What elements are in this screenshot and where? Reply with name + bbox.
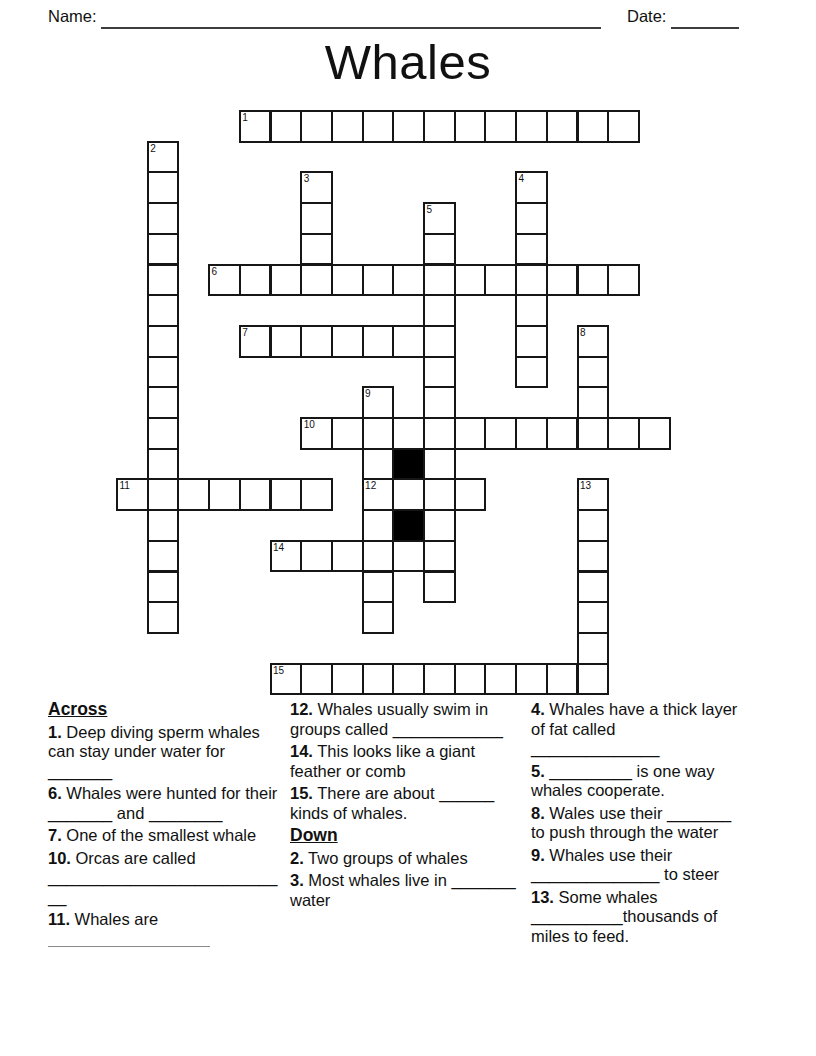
clue-number: 11. [48, 910, 70, 928]
answer-blank-rule [48, 946, 210, 947]
grid-cell[interactable] [577, 356, 610, 389]
grid-cell[interactable] [147, 509, 180, 542]
grid-cell[interactable] [362, 417, 395, 450]
grid-cell[interactable] [392, 540, 425, 573]
grid-clue-number: 11 [120, 480, 130, 491]
grid-cell[interactable]: 13 [577, 478, 610, 511]
grid-cell[interactable] [423, 417, 456, 450]
grid-cell[interactable] [546, 417, 579, 450]
grid-cell[interactable] [638, 417, 671, 450]
grid-cell[interactable] [577, 571, 610, 604]
grid-cell[interactable] [484, 264, 517, 297]
grid-cell[interactable] [423, 663, 456, 696]
grid-cell[interactable] [362, 601, 395, 634]
clue-text: Whales use their ______________ to steer [531, 846, 719, 884]
clue-item: 14. This looks like a giant feather or c… [290, 742, 523, 781]
clue-text: One of the smallest whale [62, 826, 256, 844]
grid-cell[interactable] [300, 202, 333, 235]
grid-cell[interactable] [515, 356, 548, 389]
clue-item: 13. Some whales __________thousands of m… [531, 888, 743, 947]
grid-cell[interactable] [270, 325, 303, 358]
clue-item: 12. Whales usually swim in groups called… [290, 700, 523, 739]
grid-cell[interactable] [607, 417, 640, 450]
grid-cell[interactable] [331, 264, 364, 297]
clue-text: Wales use their _______ to push through … [531, 804, 731, 842]
clue-item: 3. Most whales live in _______ water [290, 871, 523, 910]
grid-cell[interactable]: 9 [362, 386, 395, 419]
grid-cell[interactable] [147, 540, 180, 573]
clue-item: 11. Whales are [48, 910, 281, 947]
crossword-grid: 123456789101112131415 [116, 110, 673, 697]
grid-cell[interactable] [577, 110, 610, 143]
grid-cell[interactable] [392, 417, 425, 450]
grid-clue-number: 2 [150, 143, 156, 154]
down-heading: Down [290, 826, 523, 846]
grid-cell[interactable] [454, 417, 487, 450]
clue-number: 5. [531, 762, 545, 780]
clue-number: 14. [290, 742, 313, 760]
clue-number: 6. [48, 784, 62, 802]
grid-cell[interactable] [331, 325, 364, 358]
grid-cell[interactable] [392, 110, 425, 143]
grid-cell[interactable] [423, 571, 456, 604]
grid-cell[interactable] [577, 540, 610, 573]
grid-cell[interactable] [392, 478, 425, 511]
grid-cell[interactable] [300, 233, 333, 266]
grid-cell[interactable] [270, 264, 303, 297]
clue-text: Whales have a thick layer of fat called … [531, 700, 737, 757]
grid-cell[interactable] [607, 110, 640, 143]
grid-cell[interactable] [484, 110, 517, 143]
grid-cell[interactable]: 2 [147, 141, 180, 174]
grid-cell[interactable] [423, 509, 456, 542]
clue-number: 13. [531, 888, 554, 906]
clue-item: 8. Wales use their _______ to push throu… [531, 804, 743, 843]
grid-cell[interactable] [147, 233, 180, 266]
grid-cell[interactable] [270, 110, 303, 143]
name-input-line[interactable] [101, 8, 601, 29]
grid-cell[interactable] [515, 202, 548, 235]
clue-text: There are about ______ kinds of whales. [290, 784, 494, 822]
clue-number: 15. [290, 784, 313, 802]
clue-item: 9. Whales use their ______________ to st… [531, 846, 743, 885]
grid-cell[interactable] [362, 663, 395, 696]
grid-cell[interactable] [362, 571, 395, 604]
grid-cell[interactable] [423, 233, 456, 266]
grid-cell[interactable] [423, 356, 456, 389]
clue-item: 1. Deep diving sperm whales can stay und… [48, 723, 281, 782]
clue-number: 2. [290, 849, 304, 867]
grid-cell[interactable]: 10 [300, 417, 333, 450]
across-heading: Across [48, 700, 281, 720]
clue-number: 10. [48, 849, 71, 867]
date-input-line[interactable] [671, 8, 739, 29]
grid-cell[interactable] [454, 478, 487, 511]
grid-cell[interactable] [300, 540, 333, 573]
grid-cell[interactable] [423, 540, 456, 573]
grid-cell[interactable] [515, 233, 548, 266]
grid-cell[interactable] [423, 448, 456, 481]
grid-cell[interactable] [147, 417, 180, 450]
clue-text: Most whales live in _______ water [290, 871, 516, 909]
grid-cell[interactable] [577, 386, 610, 419]
grid-cell[interactable] [362, 448, 395, 481]
grid-cell[interactable] [484, 663, 517, 696]
grid-cell[interactable] [454, 264, 487, 297]
grid-cell[interactable] [423, 478, 456, 511]
grid-cell[interactable] [147, 571, 180, 604]
grid-cell[interactable] [577, 264, 610, 297]
grid-cell[interactable] [577, 417, 610, 450]
grid-cell[interactable] [300, 478, 333, 511]
clues-column-left: Across1. Deep diving sperm whales can st… [48, 700, 281, 953]
grid-cell[interactable] [423, 264, 456, 297]
clue-text: This looks like a giant feather or comb [290, 742, 475, 780]
grid-cell[interactable] [423, 110, 456, 143]
clue-item: 2. Two groups of whales [290, 849, 523, 869]
grid-cell[interactable] [208, 478, 241, 511]
grid-cell[interactable] [515, 325, 548, 358]
grid-cell[interactable] [331, 417, 364, 450]
grid-cell[interactable] [331, 110, 364, 143]
clue-item: 4. Whales have a thick layer of fat call… [531, 700, 743, 759]
grid-cell[interactable] [423, 325, 456, 358]
grid-cell[interactable]: 12 [362, 478, 395, 511]
grid-cell[interactable] [147, 601, 180, 634]
clue-text: Some whales __________thousands of miles… [531, 888, 717, 945]
grid-cell[interactable] [423, 386, 456, 419]
grid-cell[interactable]: 3 [300, 171, 333, 204]
grid-cell[interactable] [147, 264, 180, 297]
grid-cell[interactable] [577, 509, 610, 542]
clue-number: 8. [531, 804, 545, 822]
black-cell [392, 448, 425, 481]
grid-cell[interactable]: 8 [577, 325, 610, 358]
grid-cell[interactable]: 7 [239, 325, 272, 358]
grid-cell[interactable] [577, 632, 610, 665]
black-cell [392, 509, 425, 542]
grid-cell[interactable] [362, 509, 395, 542]
grid-cell[interactable] [392, 325, 425, 358]
clue-number: 1. [48, 723, 62, 741]
grid-cell[interactable] [392, 663, 425, 696]
clue-number: 9. [531, 846, 545, 864]
clue-text: Whales usually swim in groups called ___… [290, 700, 503, 738]
clues-column-right: 4. Whales have a thick layer of fat call… [531, 700, 743, 949]
grid-clue-number: 14 [273, 542, 284, 553]
clue-item: 7. One of the smallest whale [48, 826, 281, 846]
grid-cell[interactable] [300, 110, 333, 143]
grid-cell[interactable] [239, 264, 272, 297]
clue-text: Orcas are called _______________________… [48, 849, 277, 906]
grid-cell[interactable] [147, 171, 180, 204]
clue-text: _________ is one way whales cooperate. [531, 762, 714, 800]
grid-cell[interactable] [147, 448, 180, 481]
grid-cell[interactable]: 5 [423, 202, 456, 235]
grid-cell[interactable] [239, 478, 272, 511]
grid-cell[interactable] [454, 110, 487, 143]
grid-cell[interactable] [362, 264, 395, 297]
puzzle-title: Whales [0, 34, 816, 90]
grid-cell[interactable] [392, 264, 425, 297]
grid-cell[interactable] [362, 540, 395, 573]
grid-cell[interactable] [147, 356, 180, 389]
grid-cell[interactable] [300, 325, 333, 358]
clue-item: 15. There are about ______ kinds of whal… [290, 784, 523, 823]
grid-cell[interactable]: 15 [270, 663, 303, 696]
grid-clue-number: 3 [304, 173, 310, 184]
clue-item: 10. Orcas are called ___________________… [48, 849, 281, 908]
grid-cell[interactable] [300, 663, 333, 696]
grid-cell[interactable] [484, 417, 517, 450]
grid-cell[interactable] [577, 663, 610, 696]
grid-cell[interactable] [147, 325, 180, 358]
clue-text: Two groups of whales [304, 849, 468, 867]
grid-cell[interactable] [546, 110, 579, 143]
clue-number: 12. [290, 700, 313, 718]
grid-clue-number: 8 [580, 327, 586, 338]
grid-cell[interactable] [515, 264, 548, 297]
grid-cell[interactable] [331, 663, 364, 696]
grid-cell[interactable]: 11 [116, 478, 149, 511]
grid-cell[interactable] [147, 478, 180, 511]
grid-cell[interactable] [331, 540, 364, 573]
grid-cell[interactable] [362, 110, 395, 143]
grid-clue-number: 13 [580, 480, 591, 491]
grid-clue-number: 9 [365, 388, 371, 399]
grid-cell[interactable] [515, 110, 548, 143]
clue-number: 3. [290, 871, 304, 889]
grid-clue-number: 10 [304, 419, 315, 430]
clue-number: 4. [531, 700, 545, 718]
grid-clue-number: 1 [242, 112, 248, 123]
grid-cell[interactable] [270, 478, 303, 511]
grid-clue-number: 12 [365, 480, 376, 491]
grid-cell[interactable] [546, 663, 579, 696]
grid-cell[interactable] [177, 478, 210, 511]
grid-cell[interactable]: 4 [515, 171, 548, 204]
grid-cell[interactable] [423, 294, 456, 327]
grid-clue-number: 15 [273, 665, 284, 676]
grid-clue-number: 5 [427, 204, 433, 215]
grid-cell[interactable]: 1 [239, 110, 272, 143]
clues-column-middle: 12. Whales usually swim in groups called… [290, 700, 523, 913]
grid-clue-number: 7 [242, 327, 248, 338]
grid-clue-number: 6 [212, 266, 218, 277]
clue-number: 7. [48, 826, 62, 844]
clue-item: 6. Whales were hunted for their _______ … [48, 784, 281, 823]
grid-cell[interactable] [147, 202, 180, 235]
grid-cell[interactable] [515, 663, 548, 696]
clue-item: 5. _________ is one way whales cooperate… [531, 762, 743, 801]
clue-text: Deep diving sperm whales can stay under … [48, 723, 260, 780]
grid-cell[interactable] [362, 325, 395, 358]
grid-cell[interactable]: 6 [208, 264, 241, 297]
grid-cell[interactable]: 14 [270, 540, 303, 573]
clue-text: Whales were hunted for their _______ and… [48, 784, 277, 822]
name-label: Name: [48, 7, 97, 26]
grid-cell[interactable] [147, 386, 180, 419]
grid-cell[interactable] [300, 264, 333, 297]
grid-cell[interactable] [515, 417, 548, 450]
grid-clue-number: 4 [519, 173, 525, 184]
grid-cell[interactable] [147, 294, 180, 327]
grid-cell[interactable] [577, 601, 610, 634]
date-label: Date: [627, 7, 666, 26]
grid-cell[interactable] [546, 264, 579, 297]
grid-cell[interactable] [515, 294, 548, 327]
grid-cell[interactable] [454, 663, 487, 696]
clue-text: Whales are [70, 910, 158, 928]
grid-cell[interactable] [607, 264, 640, 297]
